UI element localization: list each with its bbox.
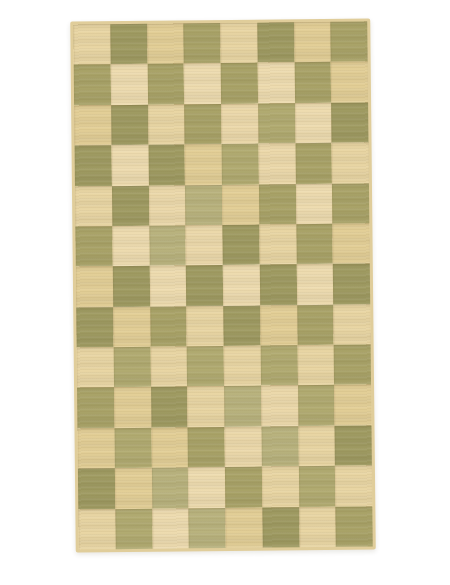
board-cell-r3c5 [221,103,258,144]
board-cell-r12c5 [225,467,262,508]
board-cell-r2c1 [74,65,111,106]
board-cell-r4c5 [222,144,259,185]
board-cell-r2c5 [221,63,258,104]
board-cell-r13c4 [189,508,226,549]
board-cell-r5c3 [148,185,185,226]
board-cell-r13c1 [78,509,115,550]
board-cell-r9c5 [224,346,261,387]
board-cell-r3c4 [184,104,221,145]
board-cell-r2c7 [294,62,331,103]
board-cell-r10c4 [187,386,224,427]
board-cell-r2c8 [331,62,368,103]
board-cell-r7c8 [333,264,370,305]
board-cell-r8c2 [113,306,150,347]
board-cell-r2c3 [147,64,184,105]
board-cell-r13c8 [336,506,373,547]
board-cell-r4c2 [111,145,148,186]
board-cell-r10c2 [114,387,151,428]
board-cell-r7c3 [149,266,186,307]
board-cell-r10c8 [334,385,371,426]
board-cell-r11c2 [114,428,151,469]
board-cell-r6c6 [259,224,296,265]
board-cell-r9c1 [77,347,114,388]
board-cell-r10c7 [298,385,335,426]
board-cell-r3c6 [258,103,295,144]
board-cell-r2c6 [257,63,294,104]
board-cell-r4c8 [332,143,369,184]
board-cell-r13c2 [115,508,152,549]
board-cell-r3c2 [111,105,148,146]
board-cell-r7c7 [296,264,333,305]
board-cell-r12c1 [78,468,115,509]
board-cell-r6c4 [186,225,223,266]
board-cell-r8c7 [297,305,334,346]
board-cell-r11c4 [188,427,225,468]
board-cell-r9c7 [297,345,334,386]
board-cell-r1c4 [184,23,221,64]
board-cell-r11c6 [261,426,298,467]
board-cell-r4c6 [258,143,295,184]
board-cell-r8c3 [150,306,187,347]
board-cell-r12c8 [335,466,372,507]
board-cell-r12c6 [262,466,299,507]
board-cell-r11c7 [298,426,335,467]
board-cell-r11c3 [151,427,188,468]
board-cell-r7c2 [113,266,150,307]
board-cell-r6c7 [296,224,333,265]
board-cell-r12c2 [115,468,152,509]
board-cell-r5c2 [112,185,149,226]
board-cell-r13c7 [299,506,336,547]
board-cell-r5c6 [259,184,296,225]
board-cell-r12c4 [188,467,225,508]
board-cell-r9c6 [260,345,297,386]
board-cell-r4c4 [185,144,222,185]
board-cell-r6c3 [149,225,186,266]
board-cell-r9c4 [187,346,224,387]
board-cell-r10c1 [77,388,114,429]
board-cell-r12c3 [151,468,188,509]
board-cell-r13c6 [262,507,299,548]
board-cell-r8c8 [333,304,370,345]
board-cell-r7c6 [260,265,297,306]
board-cell-r9c2 [113,347,150,388]
board-cell-r5c5 [222,184,259,225]
board-cell-r10c6 [261,386,298,427]
checkerboard-grid [73,21,372,549]
board-cell-r7c5 [223,265,260,306]
board-cell-r6c5 [222,225,259,266]
checkerboard-rug [70,18,376,552]
board-cell-r13c3 [152,508,189,549]
board-cell-r8c5 [223,305,260,346]
board-cell-r6c8 [333,223,370,264]
board-cell-r11c5 [224,426,261,467]
board-cell-r7c1 [76,266,113,307]
board-cell-r5c7 [295,183,332,224]
board-cell-r8c4 [186,306,223,347]
board-cell-r8c1 [76,307,113,348]
board-cell-r4c1 [75,145,112,186]
board-cell-r9c3 [150,346,187,387]
board-cell-r1c7 [294,22,331,63]
board-cell-r3c1 [74,105,111,146]
board-cell-r5c8 [332,183,369,224]
board-cell-r10c3 [151,387,188,428]
board-cell-r6c1 [75,226,112,267]
board-cell-r11c8 [335,425,372,466]
board-cell-r1c2 [110,24,147,65]
board-cell-r12c7 [298,466,335,507]
board-cell-r3c3 [148,104,185,145]
board-cell-r8c6 [260,305,297,346]
board-cell-r3c7 [295,103,332,144]
board-cell-r2c4 [184,63,221,104]
board-cell-r4c7 [295,143,332,184]
board-cell-r3c8 [331,102,368,143]
board-cell-r10c5 [224,386,261,427]
board-cell-r11c1 [77,428,114,469]
board-cell-r4c3 [148,145,185,186]
photo-background [0,0,450,585]
board-cell-r1c1 [73,24,110,65]
board-cell-r1c6 [257,22,294,63]
board-cell-r9c8 [334,345,371,386]
board-cell-r5c1 [75,186,112,227]
board-cell-r6c2 [112,226,149,267]
board-cell-r1c3 [147,23,184,64]
board-cell-r5c4 [185,185,222,226]
board-cell-r1c5 [220,23,257,64]
board-cell-r2c2 [110,64,147,105]
board-cell-r7c4 [186,265,223,306]
board-cell-r13c5 [225,507,262,548]
board-cell-r1c8 [330,21,367,62]
